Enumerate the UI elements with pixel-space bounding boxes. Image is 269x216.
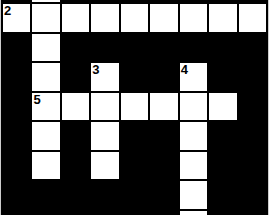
cell-r3c1[interactable] [31, 62, 60, 92]
clue-number-5: 5 [33, 93, 40, 106]
cell-r4c4[interactable] [120, 92, 149, 122]
cell-r6c0 [2, 151, 31, 181]
cell-r5c0 [2, 121, 31, 151]
cell-r1c6[interactable] [179, 3, 208, 33]
cell-r7c5 [149, 180, 178, 210]
cell-r8c1 [31, 210, 60, 216]
cell-r6c5 [149, 151, 178, 181]
cell-r8c3 [90, 210, 119, 216]
cell-r7c8 [238, 180, 267, 210]
cell-r1c5[interactable] [149, 3, 178, 33]
cell-r1c4[interactable] [120, 3, 149, 33]
cell-r3c3[interactable]: 3 [90, 62, 119, 92]
cell-r4c0 [2, 92, 31, 122]
cell-r3c0 [2, 62, 31, 92]
cell-r5c3[interactable] [90, 121, 119, 151]
clue-number-4: 4 [181, 63, 188, 76]
cell-r6c1[interactable] [31, 151, 60, 181]
cell-r2c2 [61, 33, 90, 63]
cell-r5c8 [238, 121, 267, 151]
cell-r3c6[interactable]: 4 [179, 62, 208, 92]
cell-r1c0[interactable]: 2 [2, 3, 31, 33]
cell-r1c7[interactable] [208, 3, 237, 33]
cell-r2c0 [2, 33, 31, 63]
cell-r3c4 [120, 62, 149, 92]
cell-r8c2 [61, 210, 90, 216]
cell-r6c4 [120, 151, 149, 181]
cell-r4c7[interactable] [208, 92, 237, 122]
cell-r7c0 [2, 180, 31, 210]
cell-r1c2[interactable] [61, 3, 90, 33]
cell-r3c5 [149, 62, 178, 92]
cell-r5c6[interactable] [179, 121, 208, 151]
cell-r4c2[interactable] [61, 92, 90, 122]
cell-r5c5 [149, 121, 178, 151]
cell-r5c1[interactable] [31, 121, 60, 151]
cell-r7c3 [90, 180, 119, 210]
cell-r6c6[interactable] [179, 151, 208, 181]
clue-number-2: 2 [4, 4, 11, 17]
cell-r2c5 [149, 33, 178, 63]
cell-r6c3[interactable] [90, 151, 119, 181]
cell-r4c3[interactable] [90, 92, 119, 122]
cell-r7c6[interactable] [179, 180, 208, 210]
cell-r8c8 [238, 210, 267, 216]
crossword-board: 2345 [0, 0, 269, 215]
cell-r8c7 [208, 210, 237, 216]
clue-number-3: 3 [92, 63, 99, 76]
cell-r8c4 [120, 210, 149, 216]
cell-r4c1[interactable]: 5 [31, 92, 60, 122]
cell-r6c7 [208, 151, 237, 181]
cell-r1c8[interactable] [238, 3, 267, 33]
cell-r7c2 [61, 180, 90, 210]
cell-r6c8 [238, 151, 267, 181]
cell-r4c8 [238, 92, 267, 122]
cell-r2c7 [208, 33, 237, 63]
cell-r1c3[interactable] [90, 3, 119, 33]
cell-r2c4 [120, 33, 149, 63]
cell-r3c2 [61, 62, 90, 92]
cell-r7c7 [208, 180, 237, 210]
cell-r1c1[interactable] [31, 3, 60, 33]
cell-r2c6 [179, 33, 208, 63]
cell-r2c8 [238, 33, 267, 63]
cell-r3c7 [208, 62, 237, 92]
cell-r8c6[interactable] [179, 210, 208, 216]
crossword-grid: 2345 [2, 0, 267, 215]
cell-r4c5[interactable] [149, 92, 178, 122]
cell-r5c2 [61, 121, 90, 151]
cell-r4c6[interactable] [179, 92, 208, 122]
cell-r2c1[interactable] [31, 33, 60, 63]
cell-r8c0 [2, 210, 31, 216]
cell-r5c7 [208, 121, 237, 151]
cell-r7c4 [120, 180, 149, 210]
cell-r8c5 [149, 210, 178, 216]
cell-r3c8 [238, 62, 267, 92]
cell-r7c1 [31, 180, 60, 210]
cell-r5c4 [120, 121, 149, 151]
cell-r2c3 [90, 33, 119, 63]
cell-r6c2 [61, 151, 90, 181]
